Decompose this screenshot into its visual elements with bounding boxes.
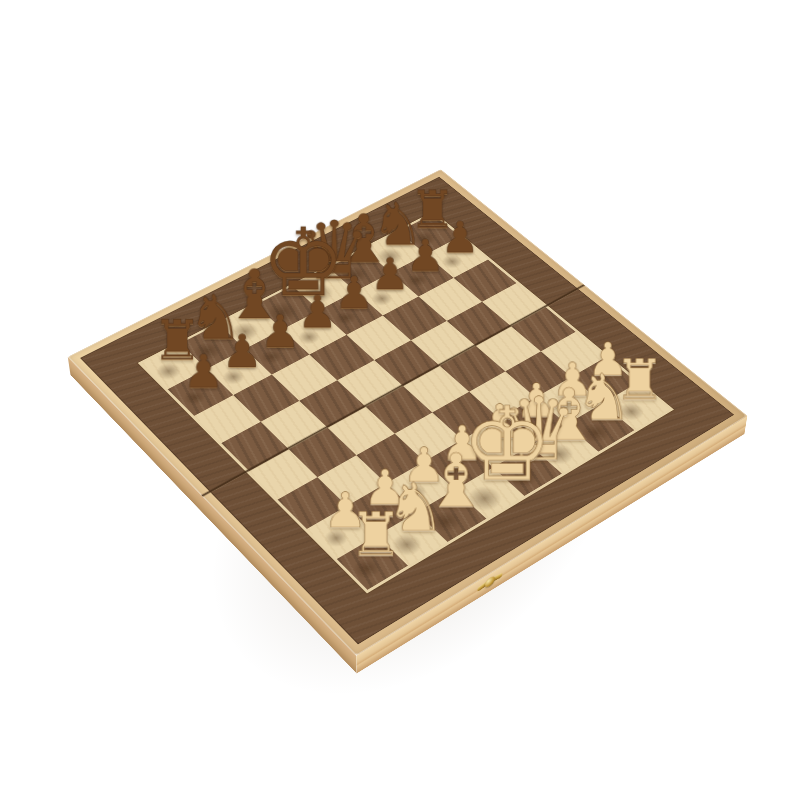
product-photo-scene: ♜♞♝♛♚♝♞♜♟♟♟♟♟♟♟♟♟♟♟♟♟♟♟♟♜♞♝♛♚♝♞♜ (0, 0, 800, 800)
clasp-knob (485, 575, 495, 590)
